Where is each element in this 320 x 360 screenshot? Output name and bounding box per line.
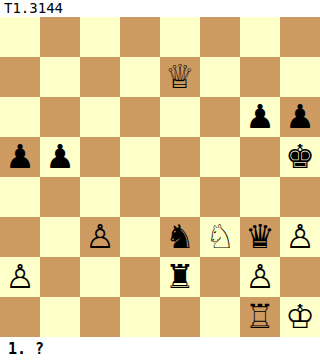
square-e7[interactable]: ♕ [160,57,200,97]
piece-black-pawn-g6[interactable]: ♟ [245,97,275,137]
piece-white-knight-f3[interactable]: ♘ [205,217,235,257]
title-bar: T1.3144 [0,0,320,17]
square-d7[interactable] [120,57,160,97]
square-a1[interactable] [0,297,40,337]
square-h8[interactable] [280,17,320,57]
square-a2[interactable]: ♙ [0,257,40,297]
square-g1[interactable]: ♖ [240,297,280,337]
square-f2[interactable] [200,257,240,297]
square-d4[interactable] [120,177,160,217]
chess-board: ♕♟♟♟♟♚♙♞♘♛♙♙♜♙♖♔ [0,17,320,337]
square-a4[interactable] [0,177,40,217]
square-f3[interactable]: ♘ [200,217,240,257]
square-d6[interactable] [120,97,160,137]
square-g5[interactable] [240,137,280,177]
piece-white-queen-e7[interactable]: ♕ [165,57,195,97]
square-b8[interactable] [40,17,80,57]
square-h3[interactable]: ♙ [280,217,320,257]
square-a6[interactable] [0,97,40,137]
square-b7[interactable] [40,57,80,97]
piece-white-pawn-c3[interactable]: ♙ [85,217,115,257]
square-c5[interactable] [80,137,120,177]
square-h4[interactable] [280,177,320,217]
square-c3[interactable]: ♙ [80,217,120,257]
move-bar: 1. ? [0,337,320,360]
piece-black-pawn-a5[interactable]: ♟ [5,137,35,177]
square-d8[interactable] [120,17,160,57]
square-a5[interactable]: ♟ [0,137,40,177]
square-a3[interactable] [0,217,40,257]
piece-white-pawn-a2[interactable]: ♙ [5,257,35,297]
square-b6[interactable] [40,97,80,137]
square-b4[interactable] [40,177,80,217]
square-c1[interactable] [80,297,120,337]
move-prompt: 1. ? [0,340,44,358]
square-g4[interactable] [240,177,280,217]
square-d5[interactable] [120,137,160,177]
piece-white-pawn-g2[interactable]: ♙ [245,257,275,297]
square-d2[interactable] [120,257,160,297]
piece-black-pawn-h6[interactable]: ♟ [285,97,315,137]
piece-white-king-h1[interactable]: ♔ [285,297,315,337]
square-f7[interactable] [200,57,240,97]
square-h1[interactable]: ♔ [280,297,320,337]
square-e3[interactable]: ♞ [160,217,200,257]
square-g2[interactable]: ♙ [240,257,280,297]
square-f1[interactable] [200,297,240,337]
square-g3[interactable]: ♛ [240,217,280,257]
square-f5[interactable] [200,137,240,177]
piece-black-pawn-b5[interactable]: ♟ [45,137,75,177]
square-h5[interactable]: ♚ [280,137,320,177]
square-h2[interactable] [280,257,320,297]
square-b1[interactable] [40,297,80,337]
piece-white-rook-g1[interactable]: ♖ [245,297,275,337]
square-b2[interactable] [40,257,80,297]
square-e5[interactable] [160,137,200,177]
square-h7[interactable] [280,57,320,97]
piece-black-king-h5[interactable]: ♚ [285,137,315,177]
square-c4[interactable] [80,177,120,217]
square-b5[interactable]: ♟ [40,137,80,177]
square-e8[interactable] [160,17,200,57]
puzzle-title: T1.3144 [0,0,63,17]
square-g8[interactable] [240,17,280,57]
square-b3[interactable] [40,217,80,257]
square-g6[interactable]: ♟ [240,97,280,137]
square-c7[interactable] [80,57,120,97]
square-h6[interactable]: ♟ [280,97,320,137]
square-e2[interactable]: ♜ [160,257,200,297]
square-e1[interactable] [160,297,200,337]
square-e4[interactable] [160,177,200,217]
square-f6[interactable] [200,97,240,137]
square-a8[interactable] [0,17,40,57]
square-f4[interactable] [200,177,240,217]
square-f8[interactable] [200,17,240,57]
piece-black-rook-e2[interactable]: ♜ [165,257,195,297]
square-d3[interactable] [120,217,160,257]
square-e6[interactable] [160,97,200,137]
piece-black-queen-g3[interactable]: ♛ [245,217,275,257]
piece-white-pawn-h3[interactable]: ♙ [285,217,315,257]
piece-black-knight-e3[interactable]: ♞ [165,217,195,257]
square-a7[interactable] [0,57,40,97]
square-g7[interactable] [240,57,280,97]
square-c2[interactable] [80,257,120,297]
square-c8[interactable] [80,17,120,57]
square-c6[interactable] [80,97,120,137]
square-d1[interactable] [120,297,160,337]
